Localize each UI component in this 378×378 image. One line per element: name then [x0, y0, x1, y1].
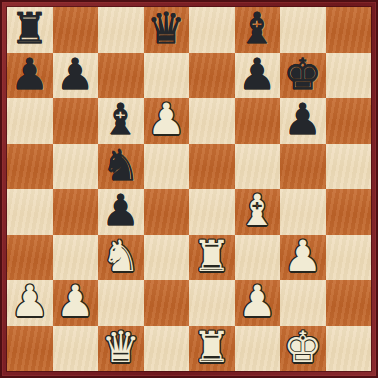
piece-black-pawn[interactable]: ♟: [10, 52, 49, 98]
square-e8[interactable]: [189, 7, 235, 53]
piece-white-queen[interactable]: ♛: [101, 325, 140, 371]
square-e6[interactable]: [189, 98, 235, 144]
square-d3[interactable]: [144, 235, 190, 281]
square-a4[interactable]: [7, 189, 53, 235]
piece-white-pawn[interactable]: ♟: [56, 279, 95, 325]
square-e7[interactable]: [189, 53, 235, 99]
square-d4[interactable]: [144, 189, 190, 235]
square-d6[interactable]: ♟: [144, 98, 190, 144]
square-e4[interactable]: [189, 189, 235, 235]
square-f5[interactable]: [235, 144, 281, 190]
square-a8[interactable]: ♜: [7, 7, 53, 53]
piece-white-rook[interactable]: ♜: [192, 234, 231, 280]
square-b3[interactable]: [53, 235, 99, 281]
square-b6[interactable]: [53, 98, 99, 144]
piece-black-bishop[interactable]: ♝: [238, 6, 277, 52]
square-f4[interactable]: ♝: [235, 189, 281, 235]
square-a2[interactable]: ♟: [7, 280, 53, 326]
board-frame: ♜♛♝♟♟♟♚♝♟♟♞♟♝♞♜♟♟♟♟♛♜♚: [0, 0, 378, 378]
piece-black-pawn[interactable]: ♟: [238, 52, 277, 98]
piece-black-queen[interactable]: ♛: [147, 6, 186, 52]
piece-black-pawn[interactable]: ♟: [101, 188, 140, 234]
square-f8[interactable]: ♝: [235, 7, 281, 53]
square-b4[interactable]: [53, 189, 99, 235]
square-h2[interactable]: [326, 280, 372, 326]
square-h1[interactable]: [326, 326, 372, 372]
square-b2[interactable]: ♟: [53, 280, 99, 326]
piece-black-pawn[interactable]: ♟: [283, 97, 322, 143]
square-d1[interactable]: [144, 326, 190, 372]
square-d2[interactable]: [144, 280, 190, 326]
square-g5[interactable]: [280, 144, 326, 190]
square-b1[interactable]: [53, 326, 99, 372]
square-g3[interactable]: ♟: [280, 235, 326, 281]
piece-white-pawn[interactable]: ♟: [238, 279, 277, 325]
square-e3[interactable]: ♜: [189, 235, 235, 281]
piece-black-pawn[interactable]: ♟: [56, 52, 95, 98]
square-g8[interactable]: [280, 7, 326, 53]
square-f6[interactable]: [235, 98, 281, 144]
square-c2[interactable]: [98, 280, 144, 326]
square-h4[interactable]: [326, 189, 372, 235]
square-h6[interactable]: [326, 98, 372, 144]
piece-black-king[interactable]: ♚: [283, 52, 322, 98]
piece-white-knight[interactable]: ♞: [101, 234, 140, 280]
piece-black-bishop[interactable]: ♝: [101, 97, 140, 143]
square-g6[interactable]: ♟: [280, 98, 326, 144]
square-a3[interactable]: [7, 235, 53, 281]
square-e5[interactable]: [189, 144, 235, 190]
square-h7[interactable]: [326, 53, 372, 99]
chess-board: ♜♛♝♟♟♟♚♝♟♟♞♟♝♞♜♟♟♟♟♛♜♚: [7, 7, 371, 371]
square-h5[interactable]: [326, 144, 372, 190]
square-f3[interactable]: [235, 235, 281, 281]
square-c5[interactable]: ♞: [98, 144, 144, 190]
piece-black-knight[interactable]: ♞: [101, 143, 140, 189]
piece-white-rook[interactable]: ♜: [192, 325, 231, 371]
piece-white-king[interactable]: ♚: [283, 325, 322, 371]
square-f1[interactable]: [235, 326, 281, 372]
square-c8[interactable]: [98, 7, 144, 53]
square-g7[interactable]: ♚: [280, 53, 326, 99]
square-d5[interactable]: [144, 144, 190, 190]
square-c3[interactable]: ♞: [98, 235, 144, 281]
square-g1[interactable]: ♚: [280, 326, 326, 372]
square-g2[interactable]: [280, 280, 326, 326]
square-c1[interactable]: ♛: [98, 326, 144, 372]
square-e1[interactable]: ♜: [189, 326, 235, 372]
square-d7[interactable]: [144, 53, 190, 99]
square-c7[interactable]: [98, 53, 144, 99]
square-a6[interactable]: [7, 98, 53, 144]
piece-white-pawn[interactable]: ♟: [147, 97, 186, 143]
square-a7[interactable]: ♟: [7, 53, 53, 99]
square-b8[interactable]: [53, 7, 99, 53]
square-e2[interactable]: [189, 280, 235, 326]
square-c4[interactable]: ♟: [98, 189, 144, 235]
piece-white-pawn[interactable]: ♟: [10, 279, 49, 325]
square-g4[interactable]: [280, 189, 326, 235]
square-b7[interactable]: ♟: [53, 53, 99, 99]
square-c6[interactable]: ♝: [98, 98, 144, 144]
square-a5[interactable]: [7, 144, 53, 190]
square-h8[interactable]: [326, 7, 372, 53]
piece-black-rook[interactable]: ♜: [10, 6, 49, 52]
square-f2[interactable]: ♟: [235, 280, 281, 326]
square-d8[interactable]: ♛: [144, 7, 190, 53]
square-b5[interactable]: [53, 144, 99, 190]
square-a1[interactable]: [7, 326, 53, 372]
piece-white-pawn[interactable]: ♟: [283, 234, 322, 280]
square-h3[interactable]: [326, 235, 372, 281]
square-f7[interactable]: ♟: [235, 53, 281, 99]
piece-white-bishop[interactable]: ♝: [238, 188, 277, 234]
